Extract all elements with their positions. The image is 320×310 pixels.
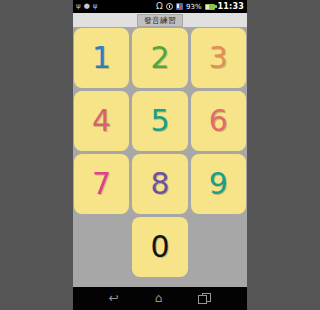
phone-screen: ψ ● ψ Ω 93% 11:33 發音練習 1 2 3 4 5 6 7 8 9… (73, 0, 247, 310)
status-right-icons: Ω 93% 11:33 (156, 0, 244, 13)
keypad-button-3[interactable]: 3 (191, 28, 246, 88)
keypad-button-2[interactable]: 2 (132, 28, 187, 88)
headset-icon: Ω (156, 0, 163, 13)
number-keypad: 1 2 3 4 5 6 7 8 9 0 (73, 27, 247, 287)
keypad-button-1[interactable]: 1 (74, 28, 129, 88)
clock-label: 11:33 (218, 2, 244, 11)
keypad-button-7[interactable]: 7 (74, 154, 129, 214)
keypad-button-5[interactable]: 5 (132, 91, 187, 151)
alarm-icon (166, 3, 173, 10)
battery-percent-label: 93% (186, 3, 202, 11)
keypad-button-9[interactable]: 9 (191, 154, 246, 214)
keypad-button-8[interactable]: 8 (132, 154, 187, 214)
status-bar: ψ ● ψ Ω 93% 11:33 (73, 0, 247, 13)
keypad-button-4[interactable]: 4 (74, 91, 129, 151)
battery-icon (205, 4, 215, 10)
status-left-icons: ψ ● ψ (76, 0, 97, 13)
title-bar: 發音練習 (73, 13, 247, 27)
keypad-button-6[interactable]: 6 (191, 91, 246, 151)
app-notification-icon: ● (84, 0, 90, 13)
usb-icon: ψ (76, 0, 81, 13)
android-nav-bar: ↩ ⌂ (73, 287, 247, 310)
home-icon[interactable]: ⌂ (155, 287, 163, 310)
back-icon[interactable]: ↩ (109, 287, 119, 310)
page-title: 發音練習 (137, 14, 183, 27)
recents-icon[interactable] (198, 293, 211, 304)
recents-front-square (198, 295, 207, 304)
battery-app-notification-icon (176, 3, 183, 10)
usb-icon: ψ (93, 0, 98, 13)
keypad-button-0[interactable]: 0 (132, 217, 187, 277)
